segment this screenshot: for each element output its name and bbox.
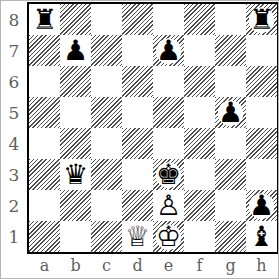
square-a8[interactable]: ♜ (29, 4, 60, 35)
square-e3[interactable]: ♚ (153, 159, 184, 190)
square-b4[interactable] (60, 128, 91, 159)
rank-label-4: 4 (1, 128, 27, 159)
square-d6[interactable] (122, 66, 153, 97)
black-pawn-h2: ♟ (246, 190, 277, 221)
square-d8[interactable] (122, 4, 153, 35)
white-queen-d1: ♕ (122, 221, 153, 252)
square-e7[interactable]: ♟ (153, 35, 184, 66)
square-e4[interactable] (153, 128, 184, 159)
square-c2[interactable] (91, 190, 122, 221)
file-label-f: f (184, 254, 215, 278)
square-a3[interactable] (29, 159, 60, 190)
rank-label-6: 6 (1, 66, 27, 97)
square-e8[interactable] (153, 4, 184, 35)
square-g4[interactable] (215, 128, 246, 159)
rank-labels: 87654321 (1, 1, 27, 254)
square-f1[interactable] (184, 221, 215, 252)
file-label-c: c (91, 254, 122, 278)
square-a1[interactable] (29, 221, 60, 252)
square-d4[interactable] (122, 128, 153, 159)
black-pawn-e7: ♟ (153, 35, 184, 66)
rank-label-7: 7 (1, 35, 27, 66)
square-h8[interactable]: ♜ (246, 4, 277, 35)
square-h7[interactable] (246, 35, 277, 66)
square-c8[interactable] (91, 4, 122, 35)
square-g7[interactable] (215, 35, 246, 66)
black-pawn-b7: ♟ (60, 35, 91, 66)
rank-label-1: 1 (1, 221, 27, 252)
square-h1[interactable]: ♝ (246, 221, 277, 252)
corner-spacer (1, 254, 27, 278)
file-label-g: g (215, 254, 246, 278)
square-b1[interactable] (60, 221, 91, 252)
square-a7[interactable] (29, 35, 60, 66)
square-h2[interactable]: ♟ (246, 190, 277, 221)
white-pawn-e2: ♙ (153, 190, 184, 221)
square-d2[interactable] (122, 190, 153, 221)
square-c3[interactable] (91, 159, 122, 190)
square-e2[interactable]: ♙ (153, 190, 184, 221)
square-h3[interactable] (246, 159, 277, 190)
square-a2[interactable] (29, 190, 60, 221)
square-g8[interactable] (215, 4, 246, 35)
square-g1[interactable] (215, 221, 246, 252)
file-label-b: b (60, 254, 91, 278)
square-g3[interactable] (215, 159, 246, 190)
square-d3[interactable] (122, 159, 153, 190)
black-king-e3: ♚ (153, 159, 184, 190)
black-rook-a8: ♜ (29, 4, 60, 35)
square-a4[interactable] (29, 128, 60, 159)
square-a5[interactable] (29, 97, 60, 128)
rank-label-3: 3 (1, 159, 27, 190)
square-g2[interactable] (215, 190, 246, 221)
file-label-h: h (246, 254, 277, 278)
square-f3[interactable] (184, 159, 215, 190)
square-b5[interactable] (60, 97, 91, 128)
square-h4[interactable] (246, 128, 277, 159)
square-f7[interactable] (184, 35, 215, 66)
square-d7[interactable] (122, 35, 153, 66)
square-b7[interactable]: ♟ (60, 35, 91, 66)
file-label-e: e (153, 254, 184, 278)
square-h5[interactable] (246, 97, 277, 128)
square-h6[interactable] (246, 66, 277, 97)
square-c6[interactable] (91, 66, 122, 97)
square-e1[interactable]: ♔ (153, 221, 184, 252)
square-f2[interactable] (184, 190, 215, 221)
square-c4[interactable] (91, 128, 122, 159)
white-king-e1: ♔ (153, 221, 184, 252)
square-b6[interactable] (60, 66, 91, 97)
file-labels: abcdefgh (27, 254, 279, 278)
black-queen-b3: ♛ (60, 159, 91, 190)
square-f5[interactable] (184, 97, 215, 128)
square-b2[interactable] (60, 190, 91, 221)
chess-diagram: 87654321 ♜♜♟♟♟♛♚♙♟♕♔♝ abcdefgh (0, 0, 279, 279)
square-g5[interactable]: ♟ (215, 97, 246, 128)
square-d5[interactable] (122, 97, 153, 128)
square-f4[interactable] (184, 128, 215, 159)
rank-label-8: 8 (1, 4, 27, 35)
black-pawn-g5: ♟ (215, 97, 246, 128)
square-d1[interactable]: ♕ (122, 221, 153, 252)
square-b3[interactable]: ♛ (60, 159, 91, 190)
square-c5[interactable] (91, 97, 122, 128)
diagram-layout: 87654321 ♜♜♟♟♟♛♚♙♟♕♔♝ abcdefgh (1, 1, 278, 278)
file-label-d: d (122, 254, 153, 278)
square-g6[interactable] (215, 66, 246, 97)
rank-label-2: 2 (1, 190, 27, 221)
square-f8[interactable] (184, 4, 215, 35)
square-c1[interactable] (91, 221, 122, 252)
file-label-a: a (29, 254, 60, 278)
square-b8[interactable] (60, 4, 91, 35)
black-bishop-h1: ♝ (246, 221, 277, 252)
board: ♜♜♟♟♟♛♚♙♟♕♔♝ (27, 2, 279, 254)
black-rook-h8: ♜ (246, 4, 277, 35)
square-e6[interactable] (153, 66, 184, 97)
square-f6[interactable] (184, 66, 215, 97)
square-c7[interactable] (91, 35, 122, 66)
square-e5[interactable] (153, 97, 184, 128)
square-a6[interactable] (29, 66, 60, 97)
rank-label-5: 5 (1, 97, 27, 128)
